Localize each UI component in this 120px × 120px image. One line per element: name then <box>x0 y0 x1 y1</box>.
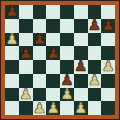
square-b3[interactable] <box>19 74 33 88</box>
square-b6[interactable] <box>19 33 33 47</box>
square-a4[interactable] <box>5 60 19 74</box>
dark-pawn[interactable]: ♟ <box>101 19 114 33</box>
square-e1[interactable] <box>60 101 74 115</box>
square-h8[interactable] <box>101 5 115 19</box>
square-b5[interactable]: ♟ <box>19 46 33 60</box>
square-c3[interactable] <box>33 74 47 88</box>
square-e5[interactable] <box>60 46 74 60</box>
dark-pawn[interactable]: ♟ <box>46 46 59 60</box>
square-c6[interactable]: ♟ <box>33 33 47 47</box>
square-g4[interactable] <box>88 60 102 74</box>
square-f5[interactable] <box>74 46 88 60</box>
square-c1[interactable]: ♟ <box>33 101 47 115</box>
dark-pawn[interactable]: ♟ <box>19 46 32 60</box>
square-c2[interactable] <box>33 88 47 102</box>
square-d6[interactable] <box>46 33 60 47</box>
square-b7[interactable] <box>19 19 33 33</box>
square-e4[interactable] <box>60 60 74 74</box>
light-pawn[interactable]: ♟ <box>74 101 87 115</box>
square-g2[interactable] <box>88 88 102 102</box>
square-d5[interactable]: ♟ <box>46 46 60 60</box>
square-f1[interactable]: ♟ <box>74 101 88 115</box>
square-f4[interactable]: ♟ <box>74 60 88 74</box>
square-h2[interactable] <box>101 88 115 102</box>
square-f3[interactable] <box>74 74 88 88</box>
square-g6[interactable] <box>88 33 102 47</box>
dark-pawn[interactable]: ♟ <box>60 74 73 88</box>
square-d1[interactable]: ♟ <box>46 101 60 115</box>
light-pawn[interactable]: ♟ <box>19 88 32 102</box>
square-g8[interactable] <box>88 5 102 19</box>
square-f6[interactable] <box>74 33 88 47</box>
dark-pawn[interactable]: ♟ <box>33 33 46 47</box>
square-e2[interactable]: ♟ <box>60 88 74 102</box>
square-a8[interactable]: ♟ <box>5 5 19 19</box>
square-d7[interactable] <box>46 19 60 33</box>
square-h1[interactable] <box>101 101 115 115</box>
square-a6[interactable]: ♟ <box>5 33 19 47</box>
square-a3[interactable] <box>5 74 19 88</box>
square-g5[interactable] <box>88 46 102 60</box>
light-pawn[interactable]: ♟ <box>5 33 18 47</box>
square-h7[interactable]: ♟ <box>101 19 115 33</box>
square-h6[interactable] <box>101 33 115 47</box>
light-pawn[interactable]: ♟ <box>46 101 59 115</box>
light-pawn[interactable]: ♟ <box>60 88 73 102</box>
dark-pawn[interactable]: ♟ <box>5 5 18 19</box>
square-h3[interactable] <box>101 74 115 88</box>
square-d4[interactable] <box>46 60 60 74</box>
square-h5[interactable] <box>101 46 115 60</box>
square-a7[interactable] <box>5 19 19 33</box>
square-f7[interactable] <box>74 19 88 33</box>
square-a5[interactable] <box>5 46 19 60</box>
dark-pawn[interactable]: ♟ <box>88 19 101 33</box>
square-d8[interactable] <box>46 5 60 19</box>
square-e8[interactable] <box>60 5 74 19</box>
square-a2[interactable] <box>5 88 19 102</box>
square-c5[interactable] <box>33 46 47 60</box>
square-b8[interactable] <box>19 5 33 19</box>
square-d3[interactable] <box>46 74 60 88</box>
light-pawn[interactable]: ♟ <box>33 101 46 115</box>
square-h4[interactable]: ♟ <box>101 60 115 74</box>
light-pawn[interactable]: ♟ <box>88 74 101 88</box>
square-c7[interactable] <box>33 19 47 33</box>
square-g1[interactable] <box>88 101 102 115</box>
board-frame: ♟♟♟♟♟♟♟♟♟♟♟♟♟♟♟♟ <box>0 0 120 120</box>
dark-pawn[interactable]: ♟ <box>74 60 87 74</box>
square-g7[interactable]: ♟ <box>88 19 102 33</box>
square-g3[interactable]: ♟ <box>88 74 102 88</box>
square-f2[interactable] <box>74 88 88 102</box>
square-b1[interactable] <box>19 101 33 115</box>
square-e7[interactable] <box>60 19 74 33</box>
square-c8[interactable] <box>33 5 47 19</box>
square-c4[interactable] <box>33 60 47 74</box>
square-a1[interactable] <box>5 101 19 115</box>
square-b4[interactable] <box>19 60 33 74</box>
square-e3[interactable]: ♟ <box>60 74 74 88</box>
light-pawn[interactable]: ♟ <box>101 60 114 74</box>
square-b2[interactable]: ♟ <box>19 88 33 102</box>
square-d2[interactable] <box>46 88 60 102</box>
game-board: ♟♟♟♟♟♟♟♟♟♟♟♟♟♟♟♟ <box>5 5 115 115</box>
square-e6[interactable] <box>60 33 74 47</box>
square-f8[interactable] <box>74 5 88 19</box>
